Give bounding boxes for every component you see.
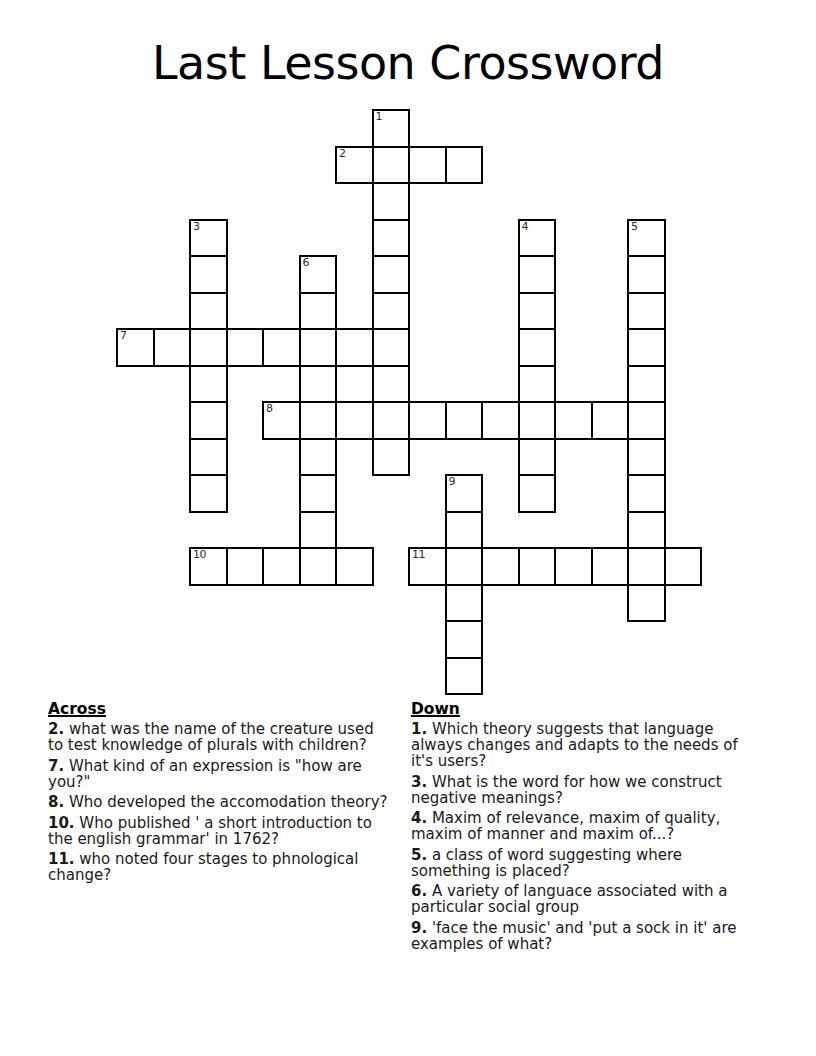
clue-number: 3. xyxy=(411,773,427,791)
clue-down-1: 1. Which theory suggests that language a… xyxy=(411,721,756,769)
grid-cell[interactable] xyxy=(664,547,703,586)
clue-down-9: 9. 'face the music' and 'put a sock in i… xyxy=(411,920,756,952)
grid-cell[interactable] xyxy=(189,438,228,477)
clue-number: 1. xyxy=(411,720,427,738)
cell-number: 8 xyxy=(266,403,273,415)
across-header: Across xyxy=(48,701,390,717)
grid-cell[interactable] xyxy=(189,401,228,440)
grid-cell[interactable] xyxy=(518,438,557,477)
grid-cell[interactable] xyxy=(627,328,666,367)
puzzle-title: Last Lesson Crossword xyxy=(0,38,816,88)
cell-number: 1 xyxy=(376,111,383,123)
clue-down-3: 3. What is the word for how we construct… xyxy=(411,774,756,806)
grid-cell[interactable]: 7 xyxy=(116,328,155,367)
grid-cell[interactable] xyxy=(627,547,666,586)
cell-number: 7 xyxy=(120,330,127,342)
grid-cell[interactable] xyxy=(335,328,374,367)
grid-cell[interactable]: 3 xyxy=(189,219,228,258)
grid-cell[interactable]: 10 xyxy=(189,547,228,586)
down-header: Down xyxy=(411,701,756,717)
crossword-grid: 1234567891011 xyxy=(116,109,703,696)
grid-cell[interactable] xyxy=(627,511,666,550)
grid-cell[interactable] xyxy=(591,401,630,440)
grid-cell[interactable] xyxy=(189,474,228,513)
clue-across-7: 7. What kind of an expression is "how ar… xyxy=(48,758,390,790)
grid-cell[interactable]: 2 xyxy=(335,146,374,185)
grid-cell[interactable] xyxy=(518,401,557,440)
clue-number: 7. xyxy=(48,757,64,775)
cell-number: 10 xyxy=(193,549,206,561)
clue-down-6: 6. A variety of languace associated with… xyxy=(411,883,756,915)
grid-cell[interactable] xyxy=(445,511,484,550)
cell-number: 2 xyxy=(339,148,346,160)
grid-cell[interactable] xyxy=(299,328,338,367)
grid-cell[interactable] xyxy=(518,365,557,404)
grid-cell[interactable] xyxy=(627,401,666,440)
grid-cell[interactable] xyxy=(372,255,411,294)
grid-cell[interactable] xyxy=(299,292,338,331)
grid-cell[interactable]: 6 xyxy=(299,255,338,294)
grid-cell[interactable] xyxy=(518,474,557,513)
grid-cell[interactable] xyxy=(189,292,228,331)
grid-cell[interactable] xyxy=(189,365,228,404)
grid-cell[interactable] xyxy=(226,328,265,367)
grid-cell[interactable] xyxy=(445,146,484,185)
grid-cell[interactable] xyxy=(445,584,484,623)
grid-cell[interactable] xyxy=(518,255,557,294)
clue-down-5: 5. a class of word suggesting where some… xyxy=(411,847,756,879)
clue-down-4: 4. Maxim of relevance, maxim of quality,… xyxy=(411,810,756,842)
grid-cell[interactable] xyxy=(554,547,593,586)
grid-cell[interactable]: 4 xyxy=(518,219,557,258)
grid-cell[interactable] xyxy=(372,182,411,221)
clue-number: 11. xyxy=(48,850,75,868)
grid-cell[interactable] xyxy=(445,547,484,586)
clue-number: 10. xyxy=(48,814,75,832)
clue-number: 6. xyxy=(411,882,427,900)
cell-number: 3 xyxy=(193,221,200,233)
clue-across-8: 8. Who developed the accomodation theory… xyxy=(48,794,390,810)
grid-cell[interactable] xyxy=(627,292,666,331)
grid-cell[interactable]: 11 xyxy=(408,547,447,586)
grid-cell[interactable] xyxy=(627,474,666,513)
grid-cell[interactable] xyxy=(372,292,411,331)
grid-cell[interactable] xyxy=(299,401,338,440)
grid-cell[interactable] xyxy=(262,547,301,586)
grid-cell[interactable] xyxy=(481,401,520,440)
down-clues-section: Down 1. Which theory suggests that langu… xyxy=(411,701,756,956)
cell-number: 11 xyxy=(412,549,425,561)
clue-number: 8. xyxy=(48,793,64,811)
grid-cell[interactable] xyxy=(408,146,447,185)
grid-cell[interactable]: 9 xyxy=(445,474,484,513)
grid-cell[interactable]: 5 xyxy=(627,219,666,258)
grid-cell[interactable] xyxy=(299,474,338,513)
grid-cell[interactable] xyxy=(627,438,666,477)
page: Last Lesson Crossword 1234567891011 Acro… xyxy=(0,0,816,1056)
grid-cell[interactable]: 8 xyxy=(262,401,301,440)
grid-cell[interactable] xyxy=(445,657,484,696)
grid-cell[interactable] xyxy=(554,401,593,440)
grid-cell[interactable] xyxy=(627,365,666,404)
across-clues-section: Across 2. what was the name of the creat… xyxy=(48,701,390,888)
grid-cell[interactable] xyxy=(518,292,557,331)
clue-number: 2. xyxy=(48,720,64,738)
grid-cell[interactable] xyxy=(372,219,411,258)
clue-number: 5. xyxy=(411,846,427,864)
grid-cell[interactable] xyxy=(299,365,338,404)
grid-cell[interactable] xyxy=(153,328,192,367)
clue-across-2: 2. what was the name of the creature use… xyxy=(48,721,390,753)
grid-cell[interactable] xyxy=(335,547,374,586)
grid-cell[interactable] xyxy=(591,547,630,586)
clue-number: 9. xyxy=(411,919,427,937)
cell-number: 5 xyxy=(631,221,638,233)
grid-cell[interactable] xyxy=(408,401,447,440)
grid-cell[interactable] xyxy=(299,511,338,550)
grid-cell[interactable] xyxy=(299,547,338,586)
grid-cell[interactable] xyxy=(372,328,411,367)
grid-cell[interactable] xyxy=(518,547,557,586)
clue-number: 4. xyxy=(411,809,427,827)
grid-cell[interactable] xyxy=(372,365,411,404)
grid-cell[interactable] xyxy=(372,146,411,185)
grid-cell[interactable] xyxy=(372,401,411,440)
grid-cell[interactable] xyxy=(335,401,374,440)
grid-cell[interactable] xyxy=(189,255,228,294)
down-clue-list: 1. Which theory suggests that language a… xyxy=(411,721,756,952)
grid-cell[interactable] xyxy=(262,328,301,367)
grid-cell[interactable] xyxy=(627,255,666,294)
clue-across-10: 10. Who published ' a short introduction… xyxy=(48,815,390,847)
grid-cell[interactable] xyxy=(189,328,228,367)
grid-cell[interactable] xyxy=(518,328,557,367)
grid-cell[interactable] xyxy=(299,438,338,477)
grid-cell[interactable] xyxy=(226,547,265,586)
across-clue-list: 2. what was the name of the creature use… xyxy=(48,721,390,883)
grid-cell[interactable]: 1 xyxy=(372,109,411,148)
grid-cell[interactable] xyxy=(481,547,520,586)
grid-cell[interactable] xyxy=(372,438,411,477)
grid-cell[interactable] xyxy=(445,401,484,440)
cell-number: 4 xyxy=(522,221,529,233)
cell-number: 6 xyxy=(303,257,310,269)
grid-cell[interactable] xyxy=(627,584,666,623)
grid-cell[interactable] xyxy=(445,620,484,659)
clue-across-11: 11. who noted four stages to phnological… xyxy=(48,851,390,883)
cell-number: 9 xyxy=(449,476,456,488)
